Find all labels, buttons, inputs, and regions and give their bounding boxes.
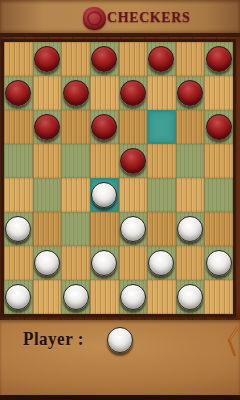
square-6-4[interactable] [119, 246, 148, 280]
square-6-5[interactable]: ⛀ [147, 246, 176, 280]
square-2-7[interactable]: ⛂ [204, 110, 233, 144]
square-4-6[interactable] [176, 178, 205, 212]
square-3-6[interactable] [176, 144, 205, 178]
square-3-1[interactable] [33, 144, 62, 178]
square-4-3[interactable]: ⛀ [90, 178, 119, 212]
square-1-5[interactable] [147, 76, 176, 110]
square-2-6[interactable] [176, 110, 205, 144]
table-background: ⛂⛂⛂⛂⛂⛂⛂⛂⛂⛂⛂⛂⛀⛀⛀⛀⛀⛀⛀⛀⛀⛀⛀⛀ [0, 37, 240, 320]
square-7-4[interactable]: ⛀ [119, 280, 148, 314]
square-1-7[interactable] [204, 76, 233, 110]
white-piece[interactable]: ⛀ [177, 284, 203, 310]
square-1-2[interactable]: ⛂ [61, 76, 90, 110]
square-6-1[interactable]: ⛀ [33, 246, 62, 280]
square-3-3[interactable] [90, 144, 119, 178]
square-5-6[interactable]: ⛀ [176, 212, 205, 246]
square-4-5[interactable] [147, 178, 176, 212]
app-window: CHECKERS ⛂⛂⛂⛂⛂⛂⛂⛂⛂⛂⛂⛂⛀⛀⛀⛀⛀⛀⛀⛀⛀⛀⛀⛀ Player… [0, 0, 240, 400]
square-2-2[interactable] [61, 110, 90, 144]
square-0-1[interactable]: ⛂ [33, 42, 62, 76]
white-checker-icon [107, 327, 133, 353]
square-0-5[interactable]: ⛂ [147, 42, 176, 76]
red-piece[interactable]: ⛂ [206, 114, 232, 140]
white-piece[interactable]: ⛀ [5, 216, 31, 242]
square-2-1[interactable]: ⛂ [33, 110, 62, 144]
red-piece[interactable]: ⛂ [177, 80, 203, 106]
white-piece[interactable]: ⛀ [5, 284, 31, 310]
white-piece[interactable]: ⛀ [63, 284, 89, 310]
square-1-3[interactable] [90, 76, 119, 110]
app-title: CHECKERS [107, 9, 190, 26]
square-1-4[interactable]: ⛂ [119, 76, 148, 110]
red-piece[interactable]: ⛂ [34, 114, 60, 140]
square-5-4[interactable]: ⛀ [119, 212, 148, 246]
red-piece[interactable]: ⛂ [120, 148, 146, 174]
square-2-3[interactable]: ⛂ [90, 110, 119, 144]
square-4-7[interactable] [204, 178, 233, 212]
white-piece[interactable]: ⛀ [148, 250, 174, 276]
square-7-1[interactable] [33, 280, 62, 314]
red-piece[interactable]: ⛂ [91, 46, 117, 72]
square-3-0[interactable] [4, 144, 33, 178]
wax-seal-icon [83, 7, 106, 30]
red-piece[interactable]: ⛂ [91, 114, 117, 140]
white-piece[interactable]: ⛀ [34, 250, 60, 276]
square-6-3[interactable]: ⛀ [90, 246, 119, 280]
square-3-4[interactable]: ⛂ [119, 144, 148, 178]
square-5-1[interactable] [33, 212, 62, 246]
white-piece[interactable]: ⛀ [177, 216, 203, 242]
square-0-6[interactable] [176, 42, 205, 76]
square-3-7[interactable] [204, 144, 233, 178]
bottom-border [0, 395, 240, 400]
square-6-2[interactable] [61, 246, 90, 280]
square-0-2[interactable] [61, 42, 90, 76]
square-7-2[interactable]: ⛀ [61, 280, 90, 314]
player-label: Player : [23, 329, 84, 350]
square-7-0[interactable]: ⛀ [4, 280, 33, 314]
header: CHECKERS [0, 0, 240, 33]
white-piece[interactable]: ⛀ [91, 182, 117, 208]
square-6-0[interactable] [4, 246, 33, 280]
red-piece[interactable]: ⛂ [34, 46, 60, 72]
white-piece[interactable]: ⛀ [206, 250, 232, 276]
square-0-7[interactable]: ⛂ [204, 42, 233, 76]
square-5-0[interactable]: ⛀ [4, 212, 33, 246]
square-6-6[interactable] [176, 246, 205, 280]
square-1-6[interactable]: ⛂ [176, 76, 205, 110]
white-piece[interactable]: ⛀ [91, 250, 117, 276]
square-2-5[interactable] [147, 110, 176, 144]
square-5-3[interactable] [90, 212, 119, 246]
red-piece[interactable]: ⛂ [206, 46, 232, 72]
status-bar: Player : [0, 320, 240, 395]
square-2-4[interactable] [119, 110, 148, 144]
square-4-0[interactable] [4, 178, 33, 212]
square-0-3[interactable]: ⛂ [90, 42, 119, 76]
red-piece[interactable]: ⛂ [63, 80, 89, 106]
square-0-4[interactable] [119, 42, 148, 76]
white-piece[interactable]: ⛀ [120, 216, 146, 242]
square-5-2[interactable] [61, 212, 90, 246]
square-7-3[interactable] [90, 280, 119, 314]
square-4-2[interactable] [61, 178, 90, 212]
square-5-7[interactable] [204, 212, 233, 246]
square-4-4[interactable] [119, 178, 148, 212]
square-3-5[interactable] [147, 144, 176, 178]
square-7-7[interactable] [204, 280, 233, 314]
square-3-2[interactable] [61, 144, 90, 178]
square-7-5[interactable] [147, 280, 176, 314]
square-5-5[interactable] [147, 212, 176, 246]
square-2-0[interactable] [4, 110, 33, 144]
board: ⛂⛂⛂⛂⛂⛂⛂⛂⛂⛂⛂⛂⛀⛀⛀⛀⛀⛀⛀⛀⛀⛀⛀⛀ [1, 39, 236, 317]
red-piece[interactable]: ⛂ [148, 46, 174, 72]
red-piece[interactable]: ⛂ [5, 80, 31, 106]
square-1-1[interactable] [33, 76, 62, 110]
square-0-0[interactable] [4, 42, 33, 76]
square-1-0[interactable]: ⛂ [4, 76, 33, 110]
square-6-7[interactable]: ⛀ [204, 246, 233, 280]
white-piece[interactable]: ⛀ [120, 284, 146, 310]
quill-pen-icon [224, 324, 240, 360]
red-piece[interactable]: ⛂ [120, 80, 146, 106]
square-7-6[interactable]: ⛀ [176, 280, 205, 314]
square-4-1[interactable] [33, 178, 62, 212]
